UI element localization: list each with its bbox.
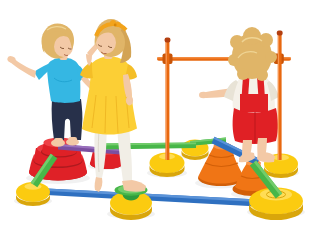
- child-left-leggings: [52, 99, 83, 140]
- stepping-dome-left: [16, 182, 50, 206]
- child-middle-head: [95, 19, 131, 63]
- pole-cap: [165, 38, 171, 43]
- pole-cap: [277, 31, 283, 36]
- child-left-shirt: [34, 58, 86, 103]
- child-right: [199, 27, 279, 144]
- balance-course-scene: [0, 0, 315, 240]
- product-photo: [0, 0, 315, 240]
- child-right-hair: [228, 27, 277, 81]
- child-left-head: [42, 24, 75, 59]
